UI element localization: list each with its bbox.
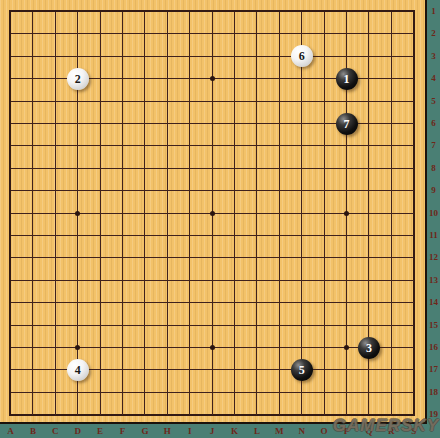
grid-line-horizontal <box>11 280 414 281</box>
grid-line-vertical <box>234 12 235 415</box>
stone-black-move-7: 7 <box>336 113 358 135</box>
row-labels-strip: 12345678910111213141516171819 <box>427 0 440 438</box>
col-label-I: I <box>183 426 197 437</box>
row-label-10: 10 <box>427 208 440 219</box>
row-label-3: 3 <box>427 51 440 62</box>
row-label-6: 6 <box>427 118 440 129</box>
grid-line-vertical <box>324 12 325 415</box>
stone-black-move-5: 5 <box>291 359 313 381</box>
col-label-B: B <box>26 426 40 437</box>
col-label-J: J <box>205 426 219 437</box>
col-label-Q: Q <box>362 426 376 437</box>
row-label-5: 5 <box>427 96 440 107</box>
col-label-E: E <box>93 426 107 437</box>
grid-line-vertical <box>279 12 280 415</box>
row-label-8: 8 <box>427 163 440 174</box>
row-label-7: 7 <box>427 140 440 151</box>
star-point <box>210 76 215 81</box>
row-label-4: 4 <box>427 73 440 84</box>
stone-black-move-1: 1 <box>336 68 358 90</box>
grid-line-horizontal <box>11 235 414 236</box>
grid-line-vertical <box>256 12 257 415</box>
stone-white-move-4: 4 <box>67 359 89 381</box>
row-label-19: 19 <box>427 409 440 420</box>
col-label-K: K <box>228 426 242 437</box>
col-label-S: S <box>407 426 421 437</box>
grid-line-vertical <box>301 12 302 415</box>
row-label-1: 1 <box>427 6 440 17</box>
col-label-F: F <box>116 426 130 437</box>
stone-white-move-2: 2 <box>67 68 89 90</box>
col-label-A: A <box>4 426 18 437</box>
col-label-C: C <box>48 426 62 437</box>
row-label-12: 12 <box>427 252 440 263</box>
col-label-G: G <box>138 426 152 437</box>
star-point <box>75 211 80 216</box>
star-point <box>210 345 215 350</box>
col-label-H: H <box>160 426 174 437</box>
col-label-O: O <box>317 426 331 437</box>
row-label-18: 18 <box>427 387 440 398</box>
row-label-15: 15 <box>427 320 440 331</box>
col-label-M: M <box>272 426 286 437</box>
row-label-13: 13 <box>427 275 440 286</box>
stone-black-move-3: 3 <box>358 337 380 359</box>
grid-line-horizontal <box>11 257 414 258</box>
column-labels-strip: ABCDEFGHIJKLMNOPQRS <box>0 424 427 438</box>
stone-white-move-6: 6 <box>291 45 313 67</box>
go-board: 1234567 <box>0 0 427 424</box>
grid-line-horizontal <box>11 325 414 326</box>
row-label-11: 11 <box>427 230 440 241</box>
row-label-16: 16 <box>427 342 440 353</box>
row-label-9: 9 <box>427 185 440 196</box>
star-point <box>210 211 215 216</box>
col-label-D: D <box>71 426 85 437</box>
col-label-L: L <box>250 426 264 437</box>
grid-line-horizontal <box>11 302 414 303</box>
grid-line-horizontal <box>11 392 414 393</box>
row-label-2: 2 <box>427 28 440 39</box>
col-label-P: P <box>340 426 354 437</box>
go-diagram: 1234567 12345678910111213141516171819 AB… <box>0 0 440 438</box>
row-label-17: 17 <box>427 364 440 375</box>
star-point <box>344 345 349 350</box>
row-label-14: 14 <box>427 297 440 308</box>
col-label-N: N <box>295 426 309 437</box>
star-point <box>344 211 349 216</box>
grid-line-vertical <box>391 12 392 415</box>
col-label-R: R <box>384 426 398 437</box>
